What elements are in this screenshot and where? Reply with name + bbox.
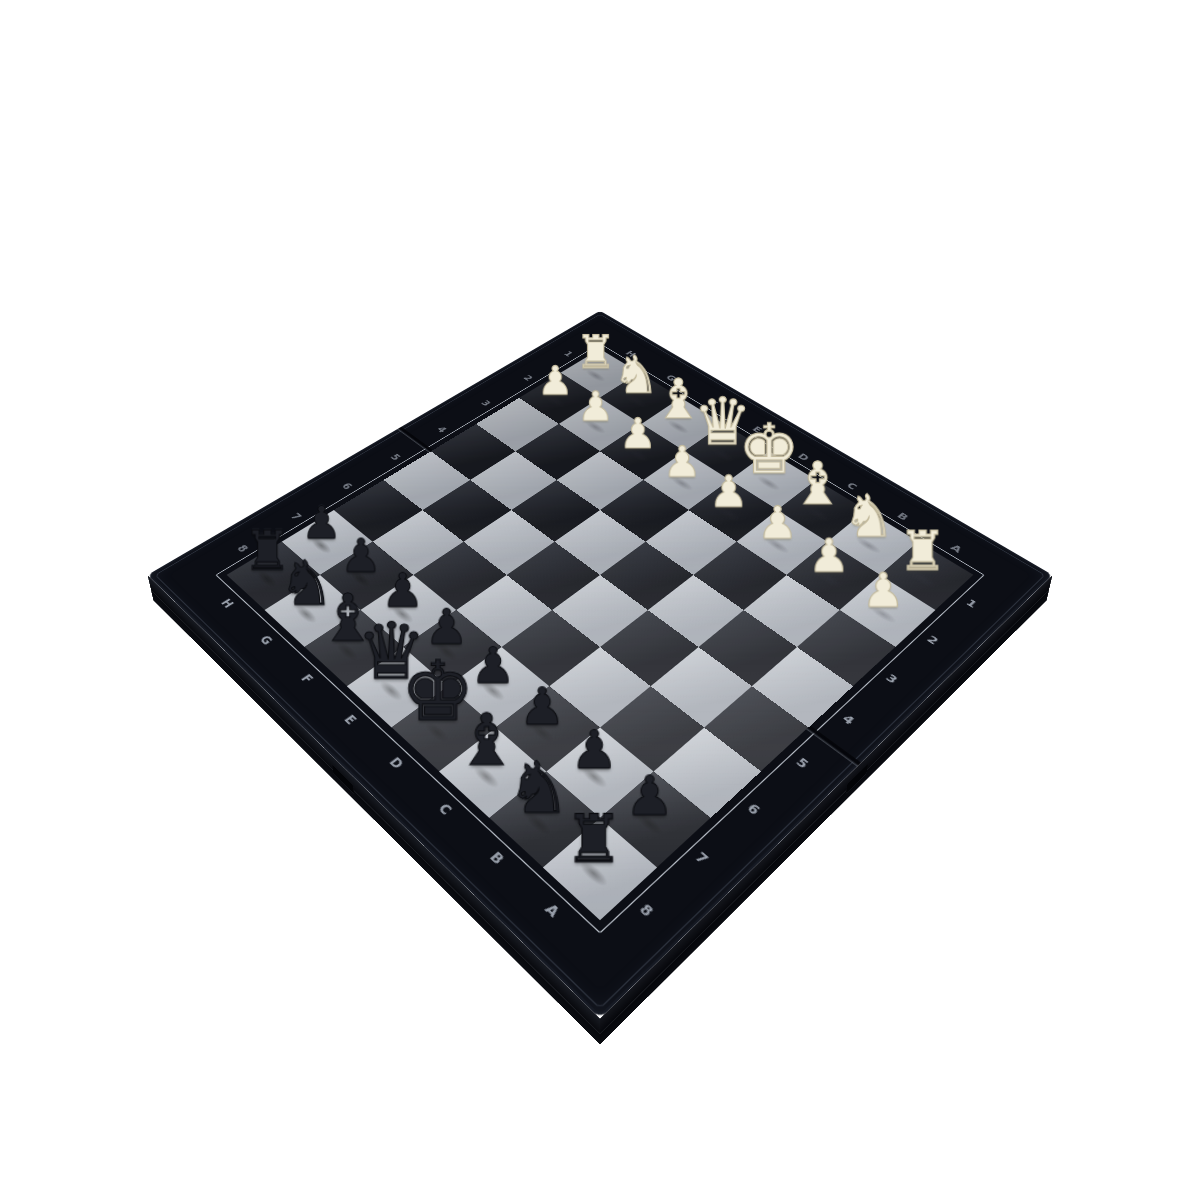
file-label-a: A <box>517 876 590 945</box>
chess-board: HGFEDCBA HGFEDCBA 12345678 12345678 ♜♞♝♛… <box>147 311 1052 1019</box>
black-pawn[interactable]: ♟ <box>625 768 674 823</box>
black-pawn[interactable]: ♟ <box>341 532 382 578</box>
black-rook[interactable]: ♜ <box>565 806 624 872</box>
black-pawn[interactable]: ♟ <box>519 680 565 732</box>
white-pawn[interactable]: ♟ <box>809 532 850 578</box>
product-photo-scene: HGFEDCBA HGFEDCBA 12345678 12345678 ♜♞♝♛… <box>0 0 1200 1200</box>
white-rook[interactable]: ♜ <box>899 524 948 578</box>
black-pawn[interactable]: ♟ <box>571 723 619 776</box>
rank-label-8: 8 <box>610 876 683 945</box>
black-knight[interactable]: ♞ <box>507 751 571 822</box>
white-pawn[interactable]: ♟ <box>862 566 904 613</box>
black-pawn[interactable]: ♟ <box>471 640 516 690</box>
